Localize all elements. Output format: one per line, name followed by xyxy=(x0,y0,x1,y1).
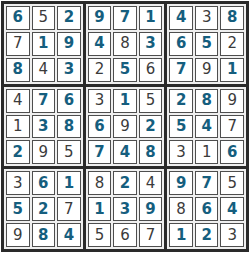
sudoku-box-8: 824139567 xyxy=(86,169,165,249)
sudoku-box-3: 438652791 xyxy=(167,4,246,84)
cell-r3c5[interactable]: 5 xyxy=(113,58,137,82)
cell-r7c6[interactable]: 4 xyxy=(139,171,163,195)
cell-r6c5[interactable]: 4 xyxy=(113,140,137,164)
cell-r8c4[interactable]: 1 xyxy=(88,197,112,221)
cell-r7c7[interactable]: 9 xyxy=(169,171,193,195)
cell-r1c2[interactable]: 5 xyxy=(32,6,56,30)
cell-r5c9[interactable]: 7 xyxy=(220,115,244,139)
cell-r4c9[interactable]: 9 xyxy=(220,89,244,113)
cell-r8c6[interactable]: 9 xyxy=(139,197,163,221)
sudoku-box-2: 971483256 xyxy=(86,4,165,84)
cell-r4c1[interactable]: 4 xyxy=(6,89,30,113)
sudoku-box-6: 289547316 xyxy=(167,87,246,167)
cell-r7c5[interactable]: 2 xyxy=(113,171,137,195)
cell-r5c5[interactable]: 9 xyxy=(113,115,137,139)
cell-r9c9[interactable]: 3 xyxy=(220,223,244,247)
cell-r6c4[interactable]: 7 xyxy=(88,140,112,164)
cell-r9c4[interactable]: 5 xyxy=(88,223,112,247)
cell-r8c1[interactable]: 5 xyxy=(6,197,30,221)
cell-r2c7[interactable]: 6 xyxy=(169,32,193,56)
cell-r5c6[interactable]: 2 xyxy=(139,115,163,139)
cell-r7c3[interactable]: 1 xyxy=(57,171,81,195)
cell-r9c8[interactable]: 2 xyxy=(195,223,219,247)
cell-r1c4[interactable]: 9 xyxy=(88,6,112,30)
cell-r1c8[interactable]: 3 xyxy=(195,6,219,30)
cell-r4c3[interactable]: 6 xyxy=(57,89,81,113)
cell-r5c1[interactable]: 1 xyxy=(6,115,30,139)
cell-r6c6[interactable]: 8 xyxy=(139,140,163,164)
cell-r2c6[interactable]: 3 xyxy=(139,32,163,56)
cell-r7c4[interactable]: 8 xyxy=(88,171,112,195)
cell-r2c2[interactable]: 1 xyxy=(32,32,56,56)
cell-r2c9[interactable]: 2 xyxy=(220,32,244,56)
cell-r3c8[interactable]: 9 xyxy=(195,58,219,82)
sudoku-box-9: 975864123 xyxy=(167,169,246,249)
cell-r5c2[interactable]: 3 xyxy=(32,115,56,139)
cell-r8c7[interactable]: 8 xyxy=(169,197,193,221)
cell-r3c4[interactable]: 2 xyxy=(88,58,112,82)
cell-r3c2[interactable]: 4 xyxy=(32,58,56,82)
cell-r1c5[interactable]: 7 xyxy=(113,6,137,30)
cell-r6c8[interactable]: 1 xyxy=(195,140,219,164)
cell-r2c8[interactable]: 5 xyxy=(195,32,219,56)
cell-r3c1[interactable]: 8 xyxy=(6,58,30,82)
cell-r1c6[interactable]: 1 xyxy=(139,6,163,30)
cell-r6c7[interactable]: 3 xyxy=(169,140,193,164)
sudoku-box-4: 476138295 xyxy=(4,87,83,167)
cell-r4c5[interactable]: 1 xyxy=(113,89,137,113)
cell-r5c4[interactable]: 6 xyxy=(88,115,112,139)
cell-r2c4[interactable]: 4 xyxy=(88,32,112,56)
sudoku-box-7: 361527984 xyxy=(4,169,83,249)
cell-r9c6[interactable]: 7 xyxy=(139,223,163,247)
cell-r4c8[interactable]: 8 xyxy=(195,89,219,113)
sudoku-board: 652719843 971483256 438652791 476138295 … xyxy=(1,1,249,252)
cell-r9c5[interactable]: 6 xyxy=(113,223,137,247)
cell-r7c9[interactable]: 5 xyxy=(220,171,244,195)
cell-r6c2[interactable]: 9 xyxy=(32,140,56,164)
cell-r5c8[interactable]: 4 xyxy=(195,115,219,139)
cell-r2c3[interactable]: 9 xyxy=(57,32,81,56)
cell-r7c1[interactable]: 3 xyxy=(6,171,30,195)
cell-r8c3[interactable]: 7 xyxy=(57,197,81,221)
cell-r7c8[interactable]: 7 xyxy=(195,171,219,195)
cell-r6c1[interactable]: 2 xyxy=(6,140,30,164)
sudoku-box-5: 315692748 xyxy=(86,87,165,167)
cell-r1c9[interactable]: 8 xyxy=(220,6,244,30)
cell-r3c3[interactable]: 3 xyxy=(57,58,81,82)
cell-r9c7[interactable]: 1 xyxy=(169,223,193,247)
cell-r9c3[interactable]: 4 xyxy=(57,223,81,247)
sudoku-box-1: 652719843 xyxy=(4,4,83,84)
cell-r3c6[interactable]: 6 xyxy=(139,58,163,82)
cell-r3c7[interactable]: 7 xyxy=(169,58,193,82)
cell-r7c2[interactable]: 6 xyxy=(32,171,56,195)
cell-r8c2[interactable]: 2 xyxy=(32,197,56,221)
cell-r3c9[interactable]: 1 xyxy=(220,58,244,82)
cell-r9c1[interactable]: 9 xyxy=(6,223,30,247)
cell-r5c3[interactable]: 8 xyxy=(57,115,81,139)
cell-r5c7[interactable]: 5 xyxy=(169,115,193,139)
cell-r4c7[interactable]: 2 xyxy=(169,89,193,113)
cell-r4c2[interactable]: 7 xyxy=(32,89,56,113)
cell-r4c4[interactable]: 3 xyxy=(88,89,112,113)
cell-r4c6[interactable]: 5 xyxy=(139,89,163,113)
cell-r6c3[interactable]: 5 xyxy=(57,140,81,164)
cell-r8c9[interactable]: 4 xyxy=(220,197,244,221)
cell-r1c1[interactable]: 6 xyxy=(6,6,30,30)
cell-r6c9[interactable]: 6 xyxy=(220,140,244,164)
cell-r8c8[interactable]: 6 xyxy=(195,197,219,221)
cell-r2c5[interactable]: 8 xyxy=(113,32,137,56)
cell-r1c7[interactable]: 4 xyxy=(169,6,193,30)
cell-r9c2[interactable]: 8 xyxy=(32,223,56,247)
cell-r8c5[interactable]: 3 xyxy=(113,197,137,221)
cell-r1c3[interactable]: 2 xyxy=(57,6,81,30)
cell-r2c1[interactable]: 7 xyxy=(6,32,30,56)
